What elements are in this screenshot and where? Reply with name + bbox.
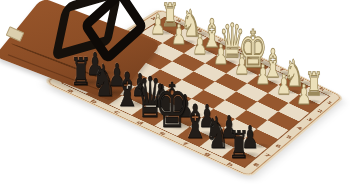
white-pawn-icon: ♟ [193, 32, 208, 60]
black-knight-icon: ♞ [92, 59, 116, 103]
white-pawn-icon: ♟ [296, 81, 311, 109]
rank-label: 4 [295, 126, 303, 131]
white-pawn-icon: ♟ [150, 11, 165, 39]
rank-label: 5 [285, 135, 293, 140]
piece-black-rook[interactable]: ♜ [239, 157, 273, 184]
white-pawn-icon: ♟ [234, 52, 249, 80]
chess-set-scene: aa11bb22cc33dd44ee55ff66gg77hh88 ♜♞♝♛♚♝♞… [0, 0, 350, 184]
black-knight-icon: ♞ [205, 111, 229, 155]
white-pawn-icon: ♟ [255, 61, 270, 89]
white-pawn-icon: ♟ [214, 42, 229, 70]
piece-white-pawn[interactable]: ♟ [304, 104, 329, 132]
black-rook-icon: ♜ [228, 126, 249, 164]
white-pawn-icon: ♟ [171, 22, 186, 50]
white-pawn-icon: ♟ [276, 71, 291, 99]
black-rook-icon: ♜ [71, 53, 92, 91]
